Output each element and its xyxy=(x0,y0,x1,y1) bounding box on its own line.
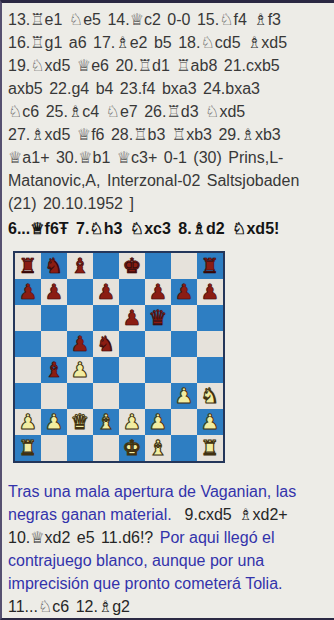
square-b6[interactable] xyxy=(41,305,67,331)
square-d3[interactable] xyxy=(93,383,119,409)
commentary-line: 11...♘c6 12.♗g2 xyxy=(8,595,334,618)
square-d5[interactable]: ♞ xyxy=(93,331,119,357)
square-a4[interactable] xyxy=(15,357,41,383)
square-f4[interactable] xyxy=(145,357,171,383)
chess-board: ♜♞♝♚♜♟♟♟♟♟♟♟♛♟♞♝♟♟♞♟♟♛♝♟♟♟♜♚♝♜ xyxy=(13,251,225,463)
square-g2[interactable] xyxy=(171,409,197,435)
commentary-block: Tras una mala apertura de Vaganian, lasn… xyxy=(8,480,334,618)
square-f8[interactable] xyxy=(145,253,171,279)
square-d1[interactable] xyxy=(93,435,119,461)
piece-white-pawn: ♟ xyxy=(19,409,38,435)
square-f7[interactable]: ♟ xyxy=(145,279,171,305)
square-a6[interactable] xyxy=(15,305,41,331)
square-c5[interactable]: ♟ xyxy=(67,331,93,357)
piece-white-rook: ♜ xyxy=(19,435,38,461)
square-g6[interactable] xyxy=(171,305,197,331)
piece-white-pawn: ♟ xyxy=(175,383,194,409)
square-f3[interactable] xyxy=(145,383,171,409)
square-c6[interactable] xyxy=(67,305,93,331)
square-c8[interactable]: ♝ xyxy=(67,253,93,279)
commentary-line: 10.♕xd2 e5 11.d6!? Por aqui llegó el xyxy=(8,526,334,549)
piece-black-pawn: ♟ xyxy=(45,279,64,305)
square-a7[interactable]: ♟ xyxy=(15,279,41,305)
square-e6[interactable]: ♟ xyxy=(119,305,145,331)
piece-white-knight: ♞ xyxy=(201,383,220,409)
square-c4[interactable]: ♟ xyxy=(67,357,93,383)
square-e1[interactable]: ♚ xyxy=(119,435,145,461)
notation-line[interactable]: ♕a1+ 30.♕b1 ♕c3+ 0-1 (30) Prins,L- xyxy=(8,146,334,169)
notation-line[interactable]: 27.♗xd5 ♕f6 28.♖b3 ♖xb3 29.♗xb3 xyxy=(8,123,334,146)
notation-line[interactable]: ♘c6 25.♗c4 ♘e7 26.♖d3 ♘xd5 xyxy=(8,100,334,123)
piece-white-bishop: ♝ xyxy=(97,409,116,435)
square-f2[interactable]: ♟ xyxy=(145,409,171,435)
piece-black-king: ♚ xyxy=(123,253,142,279)
piece-black-bishop: ♝ xyxy=(71,253,90,279)
commentary-line: contrajuego blanco, aunque por una xyxy=(8,549,334,572)
square-d8[interactable] xyxy=(93,253,119,279)
square-g8[interactable] xyxy=(171,253,197,279)
square-f5[interactable] xyxy=(145,331,171,357)
square-b2[interactable]: ♟ xyxy=(41,409,67,435)
square-g1[interactable] xyxy=(171,435,197,461)
piece-white-pawn: ♟ xyxy=(45,409,64,435)
piece-black-pawn: ♟ xyxy=(97,279,116,305)
square-b3[interactable] xyxy=(41,383,67,409)
square-h3[interactable]: ♞ xyxy=(197,383,223,409)
square-a3[interactable] xyxy=(15,383,41,409)
board-diagram: ♜♞♝♚♜♟♟♟♟♟♟♟♛♟♞♝♟♟♞♟♟♛♝♟♟♟♜♚♝♜ xyxy=(13,251,334,463)
square-g3[interactable]: ♟ xyxy=(171,383,197,409)
notation-line[interactable]: 16.♖g1 a6 17.♗e2 b5 18.♘cd5 ♗xd5 xyxy=(8,31,334,54)
commentary-text: Por aqui llegó el xyxy=(160,529,275,546)
square-e7[interactable] xyxy=(119,279,145,305)
square-h8[interactable]: ♜ xyxy=(197,253,223,279)
commentary-text: negras ganan material. xyxy=(8,506,172,523)
notation-line[interactable]: (21) 20.10.1952 ] xyxy=(8,192,334,215)
commentary-line: imprecisión que pronto cometerá Tolia. xyxy=(8,572,334,595)
piece-black-queen: ♛ xyxy=(149,305,168,331)
square-d2[interactable]: ♝ xyxy=(93,409,119,435)
piece-black-pawn: ♟ xyxy=(19,279,38,305)
piece-black-bishop: ♝ xyxy=(45,357,64,383)
square-g7[interactable]: ♟ xyxy=(171,279,197,305)
notation-line[interactable]: Matanovic,A, Interzonal-02 Saltsjobaden xyxy=(8,169,334,192)
piece-white-pawn: ♟ xyxy=(149,409,168,435)
commentary-text: contrajuego blanco, aunque por una xyxy=(8,552,264,569)
commentary-text: imprecisión que pronto cometerá Tolia. xyxy=(8,575,283,592)
piece-black-knight: ♞ xyxy=(97,331,116,357)
piece-white-king: ♚ xyxy=(123,435,142,461)
square-e5[interactable] xyxy=(119,331,145,357)
move-text[interactable]: 9.cxd5 ♗xd2+ xyxy=(172,506,288,523)
notation-line[interactable]: 13.♖e1 ♘e5 14.♕c2 0-0 15.♘f4 ♗f3 xyxy=(8,8,334,31)
piece-black-pawn: ♟ xyxy=(71,331,90,357)
commentary-line: negras ganan material. 9.cxd5 ♗xd2+ xyxy=(8,503,334,526)
square-h4[interactable] xyxy=(197,357,223,383)
square-c3[interactable] xyxy=(67,383,93,409)
piece-black-rook: ♜ xyxy=(19,253,38,279)
square-g4[interactable] xyxy=(171,357,197,383)
square-d7[interactable]: ♟ xyxy=(93,279,119,305)
move-text[interactable]: 10.♕xd2 e5 11.d6!? xyxy=(8,529,160,546)
mainline-moves[interactable]: 6...♕f6Ŧ 7.♘h3 ♘xc3 8.♗d2 ♘xd5! xyxy=(8,217,334,240)
square-h2[interactable]: ♟ xyxy=(197,409,223,435)
square-c1[interactable] xyxy=(67,435,93,461)
square-e4[interactable] xyxy=(119,357,145,383)
piece-white-pawn: ♟ xyxy=(201,409,220,435)
piece-black-pawn: ♟ xyxy=(149,279,168,305)
square-a8[interactable]: ♜ xyxy=(15,253,41,279)
piece-white-pawn: ♟ xyxy=(123,409,142,435)
square-h5[interactable] xyxy=(197,331,223,357)
square-h7[interactable]: ♟ xyxy=(197,279,223,305)
square-a2[interactable]: ♟ xyxy=(15,409,41,435)
piece-black-pawn: ♟ xyxy=(123,305,142,331)
piece-black-knight: ♞ xyxy=(45,253,64,279)
square-e3[interactable] xyxy=(119,383,145,409)
square-e8[interactable]: ♚ xyxy=(119,253,145,279)
piece-white-rook: ♜ xyxy=(201,435,220,461)
square-c2[interactable]: ♛ xyxy=(67,409,93,435)
commentary-line: Tras una mala apertura de Vaganian, las xyxy=(8,480,334,503)
square-a5[interactable] xyxy=(15,331,41,357)
square-b8[interactable]: ♞ xyxy=(41,253,67,279)
move-text[interactable]: 11...♘c6 12.♗g2 xyxy=(8,598,130,615)
square-b4[interactable]: ♝ xyxy=(41,357,67,383)
piece-black-rook: ♜ xyxy=(201,253,220,279)
piece-black-pawn: ♟ xyxy=(175,279,194,305)
square-e2[interactable]: ♟ xyxy=(119,409,145,435)
notation-block: 13.♖e1 ♘e5 14.♕c2 0-0 15.♘f4 ♗f316.♖g1 a… xyxy=(8,3,334,215)
square-d6[interactable] xyxy=(93,305,119,331)
square-c7[interactable] xyxy=(67,279,93,305)
square-b5[interactable] xyxy=(41,331,67,357)
square-a1[interactable]: ♜ xyxy=(15,435,41,461)
square-b1[interactable] xyxy=(41,435,67,461)
notation-line[interactable]: 19.♘xd5 ♕e6 20.♖d1 ♖ab8 21.cxb5 xyxy=(8,54,334,77)
square-d4[interactable] xyxy=(93,357,119,383)
square-g5[interactable] xyxy=(171,331,197,357)
piece-white-bishop: ♝ xyxy=(149,435,168,461)
square-h1[interactable]: ♜ xyxy=(197,435,223,461)
piece-black-pawn: ♟ xyxy=(201,279,220,305)
notation-line[interactable]: axb5 22.g4 b4 23.f4 bxa3 24.bxa3 xyxy=(8,77,334,100)
annotation-pane: 13.♖e1 ♘e5 14.♕c2 0-0 15.♘f4 ♗f316.♖g1 a… xyxy=(2,3,334,618)
piece-white-pawn: ♟ xyxy=(71,357,90,383)
square-f6[interactable]: ♛ xyxy=(145,305,171,331)
square-h6[interactable] xyxy=(197,305,223,331)
square-f1[interactable]: ♝ xyxy=(145,435,171,461)
piece-white-queen: ♛ xyxy=(71,409,90,435)
commentary-text: Tras una mala apertura de Vaganian, las xyxy=(8,483,296,500)
square-b7[interactable]: ♟ xyxy=(41,279,67,305)
